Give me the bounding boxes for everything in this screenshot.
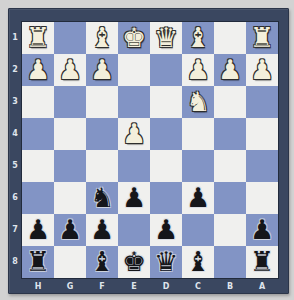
square-d1[interactable]: ♛ — [150, 22, 182, 54]
square-b3[interactable] — [214, 86, 246, 118]
piece-black-pawn[interactable]: ♟ — [250, 216, 274, 245]
piece-black-knight[interactable]: ♞ — [90, 184, 114, 213]
square-f5[interactable] — [86, 150, 118, 182]
page-background: 12345678 ♜♝♚♛♝♜♟♟♟♟♟♟♞♟♞♟♟♟♟♟♟♟♜♝♚♛♝♜ HG… — [0, 0, 294, 300]
piece-black-pawn[interactable]: ♟ — [26, 216, 50, 245]
piece-black-pawn[interactable]: ♟ — [90, 216, 114, 245]
square-a6[interactable] — [246, 182, 278, 214]
piece-black-pawn[interactable]: ♟ — [58, 216, 82, 245]
square-c8[interactable]: ♝ — [182, 246, 214, 278]
square-g7[interactable]: ♟ — [54, 214, 86, 246]
piece-black-bishop[interactable]: ♝ — [90, 248, 114, 277]
file-label-h: H — [22, 280, 54, 293]
square-c3[interactable]: ♞ — [182, 86, 214, 118]
square-a4[interactable] — [246, 118, 278, 150]
square-b4[interactable] — [214, 118, 246, 150]
board-frame: 12345678 ♜♝♚♛♝♜♟♟♟♟♟♟♞♟♞♟♟♟♟♟♟♟♜♝♚♛♝♜ HG… — [8, 8, 289, 294]
piece-black-king[interactable]: ♚ — [122, 248, 146, 277]
square-e4[interactable]: ♟ — [118, 118, 150, 150]
square-a5[interactable] — [246, 150, 278, 182]
square-c7[interactable] — [182, 214, 214, 246]
piece-black-bishop[interactable]: ♝ — [186, 248, 210, 277]
piece-black-pawn[interactable]: ♟ — [122, 184, 146, 213]
rank-label-7: 7 — [9, 214, 21, 246]
piece-white-rook[interactable]: ♜ — [250, 24, 274, 53]
square-d6[interactable] — [150, 182, 182, 214]
square-a1[interactable]: ♜ — [246, 22, 278, 54]
square-h1[interactable]: ♜ — [22, 22, 54, 54]
square-h2[interactable]: ♟ — [22, 54, 54, 86]
square-g2[interactable]: ♟ — [54, 54, 86, 86]
square-h5[interactable] — [22, 150, 54, 182]
square-g5[interactable] — [54, 150, 86, 182]
square-a8[interactable]: ♜ — [246, 246, 278, 278]
square-e8[interactable]: ♚ — [118, 246, 150, 278]
square-g8[interactable] — [54, 246, 86, 278]
file-label-b: B — [214, 280, 246, 293]
file-label-d: D — [150, 280, 182, 293]
square-h8[interactable]: ♜ — [22, 246, 54, 278]
piece-black-queen[interactable]: ♛ — [154, 248, 178, 277]
piece-white-pawn[interactable]: ♟ — [58, 56, 82, 85]
piece-white-knight[interactable]: ♞ — [186, 88, 210, 117]
rank-label-8: 8 — [9, 246, 21, 278]
file-label-e: E — [118, 280, 150, 293]
piece-black-rook[interactable]: ♜ — [250, 248, 274, 277]
piece-black-rook[interactable]: ♜ — [26, 248, 50, 277]
square-h7[interactable]: ♟ — [22, 214, 54, 246]
file-label-a: A — [246, 280, 278, 293]
piece-white-king[interactable]: ♚ — [122, 24, 146, 53]
square-c1[interactable]: ♝ — [182, 22, 214, 54]
piece-white-pawn[interactable]: ♟ — [218, 56, 242, 85]
square-f7[interactable]: ♟ — [86, 214, 118, 246]
square-h3[interactable] — [22, 86, 54, 118]
piece-white-pawn[interactable]: ♟ — [26, 56, 50, 85]
file-labels: HGFEDCBA — [22, 280, 278, 293]
square-d5[interactable] — [150, 150, 182, 182]
square-f3[interactable] — [86, 86, 118, 118]
square-a7[interactable]: ♟ — [246, 214, 278, 246]
rank-label-1: 1 — [9, 22, 21, 54]
file-label-c: C — [182, 280, 214, 293]
piece-white-bishop[interactable]: ♝ — [90, 24, 114, 53]
piece-black-pawn[interactable]: ♟ — [186, 184, 210, 213]
square-h6[interactable] — [22, 182, 54, 214]
square-d3[interactable] — [150, 86, 182, 118]
square-c5[interactable] — [182, 150, 214, 182]
piece-white-pawn[interactable]: ♟ — [90, 56, 114, 85]
piece-white-bishop[interactable]: ♝ — [186, 24, 210, 53]
rank-label-5: 5 — [9, 150, 21, 182]
piece-white-pawn[interactable]: ♟ — [122, 120, 146, 149]
square-a3[interactable] — [246, 86, 278, 118]
square-e7[interactable] — [118, 214, 150, 246]
square-a2[interactable]: ♟ — [246, 54, 278, 86]
square-e5[interactable] — [118, 150, 150, 182]
square-c6[interactable]: ♟ — [182, 182, 214, 214]
square-d7[interactable]: ♟ — [150, 214, 182, 246]
rank-label-4: 4 — [9, 118, 21, 150]
square-d2[interactable] — [150, 54, 182, 86]
square-e6[interactable]: ♟ — [118, 182, 150, 214]
square-h4[interactable] — [22, 118, 54, 150]
square-f1[interactable]: ♝ — [86, 22, 118, 54]
file-label-g: G — [54, 280, 86, 293]
square-b6[interactable] — [214, 182, 246, 214]
square-d4[interactable] — [150, 118, 182, 150]
square-e1[interactable]: ♚ — [118, 22, 150, 54]
square-g3[interactable] — [54, 86, 86, 118]
square-e3[interactable] — [118, 86, 150, 118]
piece-white-pawn[interactable]: ♟ — [250, 56, 274, 85]
rank-labels: 12345678 — [9, 22, 21, 278]
square-b5[interactable] — [214, 150, 246, 182]
file-label-f: F — [86, 280, 118, 293]
piece-white-rook[interactable]: ♜ — [26, 24, 50, 53]
rank-label-6: 6 — [9, 182, 21, 214]
square-g4[interactable] — [54, 118, 86, 150]
square-d8[interactable]: ♛ — [150, 246, 182, 278]
square-f6[interactable]: ♞ — [86, 182, 118, 214]
square-b7[interactable] — [214, 214, 246, 246]
piece-white-pawn[interactable]: ♟ — [186, 56, 210, 85]
square-b8[interactable] — [214, 246, 246, 278]
square-f4[interactable] — [86, 118, 118, 150]
square-f2[interactable]: ♟ — [86, 54, 118, 86]
square-g6[interactable] — [54, 182, 86, 214]
rank-label-3: 3 — [9, 86, 21, 118]
rank-label-2: 2 — [9, 54, 21, 86]
square-c2[interactable]: ♟ — [182, 54, 214, 86]
chess-board[interactable]: ♜♝♚♛♝♜♟♟♟♟♟♟♞♟♞♟♟♟♟♟♟♟♜♝♚♛♝♜ — [21, 21, 279, 279]
square-b1[interactable] — [214, 22, 246, 54]
square-g1[interactable] — [54, 22, 86, 54]
square-c4[interactable] — [182, 118, 214, 150]
piece-white-queen[interactable]: ♛ — [154, 24, 178, 53]
square-f8[interactable]: ♝ — [86, 246, 118, 278]
piece-black-pawn[interactable]: ♟ — [154, 216, 178, 245]
square-e2[interactable] — [118, 54, 150, 86]
square-b2[interactable]: ♟ — [214, 54, 246, 86]
